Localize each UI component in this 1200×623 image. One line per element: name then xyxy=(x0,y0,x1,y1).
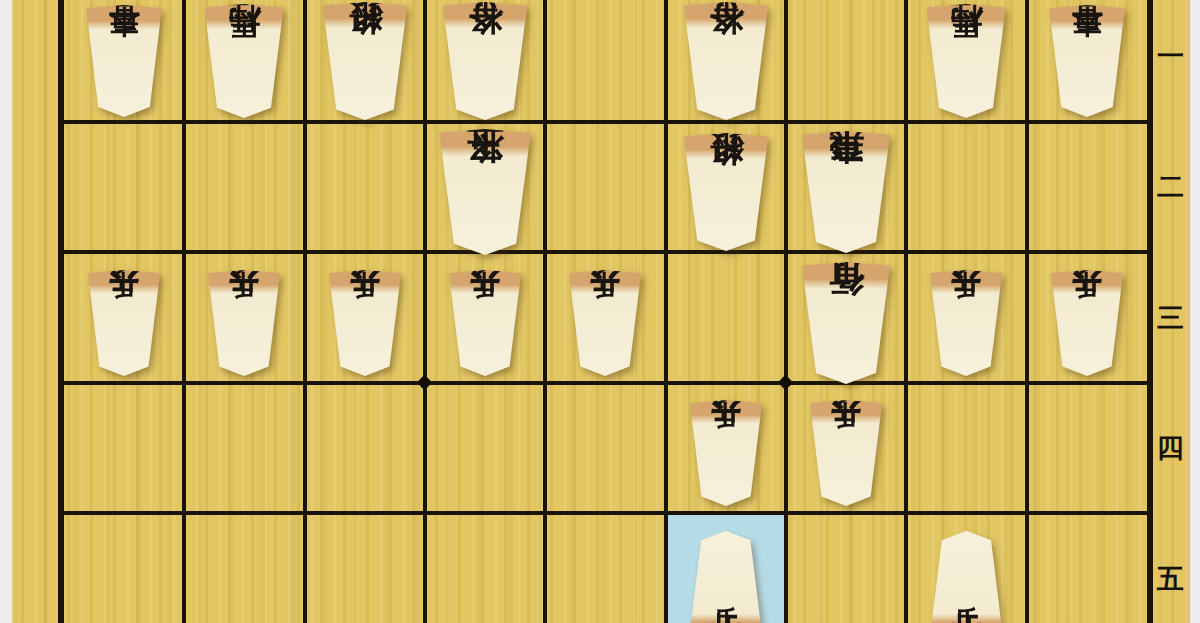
piece-kanji: 歩兵 xyxy=(470,321,500,324)
piece-gote-P-83[interactable]: 歩兵 xyxy=(203,270,285,376)
shogi-board: 香車桂馬銀将金将金将桂馬香車玉将銀将飛車歩兵歩兵歩兵歩兵歩兵角行歩兵歩兵歩兵歩兵… xyxy=(58,0,1153,623)
grid-line xyxy=(664,0,668,623)
square-4-3[interactable] xyxy=(666,252,786,383)
piece-face-rotated: 飛車 xyxy=(796,131,896,253)
piece-kanji: 金将 xyxy=(468,60,502,63)
piece-face: 歩兵 xyxy=(685,531,767,623)
square-7-5[interactable] xyxy=(305,513,425,623)
square-2-2[interactable] xyxy=(906,122,1026,253)
piece-kanji: 角行 xyxy=(829,321,864,324)
piece-kanji: 歩兵 xyxy=(711,452,741,455)
piece-gote-P-44[interactable]: 歩兵 xyxy=(685,400,767,506)
piece-kanji: 歩兵 xyxy=(951,321,981,324)
piece-gote-S-71[interactable]: 銀将 xyxy=(317,2,413,120)
piece-face-rotated: 金将 xyxy=(437,2,533,120)
piece-gote-P-13[interactable]: 歩兵 xyxy=(1046,270,1128,376)
piece-sente-P-45[interactable]: 歩兵 xyxy=(685,531,767,623)
grid-line xyxy=(64,120,1147,124)
piece-face-rotated: 歩兵 xyxy=(685,400,767,506)
square-1-2[interactable] xyxy=(1027,122,1147,253)
piece-kanji: 銀将 xyxy=(348,60,382,63)
rank-label-3: 三 xyxy=(1153,302,1188,334)
rank-label-1: 一 xyxy=(1153,40,1188,72)
square-1-5[interactable] xyxy=(1027,513,1147,623)
piece-gote-N-81[interactable]: 桂馬 xyxy=(199,4,289,118)
square-8-4[interactable] xyxy=(184,383,304,514)
square-5-4[interactable] xyxy=(545,383,665,514)
piece-gote-P-73[interactable]: 歩兵 xyxy=(324,270,406,376)
square-5-1[interactable] xyxy=(545,0,665,122)
piece-kanji: 歩兵 xyxy=(711,582,741,585)
piece-kanji: 歩兵 xyxy=(350,321,380,324)
piece-face-rotated: 歩兵 xyxy=(444,270,526,376)
piece-kanji: 香車 xyxy=(1071,60,1102,63)
piece-sente-P-25[interactable]: 歩兵 xyxy=(925,531,1007,623)
grid-line xyxy=(543,0,547,623)
piece-face-rotated: 角行 xyxy=(796,262,896,384)
grid-line xyxy=(784,0,788,623)
square-6-4[interactable] xyxy=(425,383,545,514)
piece-face-rotated: 歩兵 xyxy=(83,270,165,376)
piece-gote-P-93[interactable]: 歩兵 xyxy=(83,270,165,376)
piece-kanji: 歩兵 xyxy=(1072,321,1102,324)
piece-kanji: 銀将 xyxy=(709,190,743,193)
piece-face-rotated: 玉将 xyxy=(433,129,537,255)
piece-face-rotated: 歩兵 xyxy=(805,400,887,506)
square-9-4[interactable] xyxy=(64,383,184,514)
square-7-4[interactable] xyxy=(305,383,425,514)
piece-face-rotated: 歩兵 xyxy=(324,270,406,376)
piece-kanji: 歩兵 xyxy=(951,582,981,585)
rank-label-2: 二 xyxy=(1153,171,1188,203)
grid-line xyxy=(904,0,908,623)
piece-face-rotated: 香車 xyxy=(81,5,167,117)
piece-gote-P-23[interactable]: 歩兵 xyxy=(925,270,1007,376)
piece-kanji: 歩兵 xyxy=(109,321,139,324)
grid-line xyxy=(1025,0,1029,623)
piece-face-rotated: 歩兵 xyxy=(925,270,1007,376)
piece-gote-P-63[interactable]: 歩兵 xyxy=(444,270,526,376)
piece-face-rotated: 銀将 xyxy=(317,2,413,120)
piece-face-rotated: 銀将 xyxy=(678,133,774,251)
piece-kanji: 飛車 xyxy=(829,190,864,193)
square-9-5[interactable] xyxy=(64,513,184,623)
piece-kanji: 金将 xyxy=(709,60,743,63)
piece-kanji: 桂馬 xyxy=(228,60,260,63)
piece-kanji: 歩兵 xyxy=(590,321,620,324)
piece-face-rotated: 桂馬 xyxy=(199,4,289,118)
piece-face: 歩兵 xyxy=(925,531,1007,623)
square-8-2[interactable] xyxy=(184,122,304,253)
piece-face-rotated: 歩兵 xyxy=(1046,270,1128,376)
grid-line xyxy=(182,0,186,623)
square-6-5[interactable] xyxy=(425,513,545,623)
rank-label-5: 五 xyxy=(1153,563,1188,595)
piece-kanji: 玉将 xyxy=(467,190,504,193)
piece-face-rotated: 桂馬 xyxy=(921,4,1011,118)
piece-gote-K-62[interactable]: 玉将 xyxy=(433,129,537,255)
board-inner: 香車桂馬銀将金将金将桂馬香車玉将銀将飛車歩兵歩兵歩兵歩兵歩兵角行歩兵歩兵歩兵歩兵… xyxy=(64,0,1147,623)
piece-face-rotated: 香車 xyxy=(1044,5,1130,117)
square-5-2[interactable] xyxy=(545,122,665,253)
grid-line xyxy=(423,0,427,623)
square-1-4[interactable] xyxy=(1027,383,1147,514)
square-9-2[interactable] xyxy=(64,122,184,253)
piece-gote-N-21[interactable]: 桂馬 xyxy=(921,4,1011,118)
piece-face-rotated: 金将 xyxy=(678,2,774,120)
piece-gote-L-91[interactable]: 香車 xyxy=(81,5,167,117)
grid-line xyxy=(64,511,1147,515)
grid-line xyxy=(303,0,307,623)
square-7-2[interactable] xyxy=(305,122,425,253)
square-8-5[interactable] xyxy=(184,513,304,623)
piece-gote-P-34[interactable]: 歩兵 xyxy=(805,400,887,506)
piece-kanji: 香車 xyxy=(109,60,140,63)
piece-gote-S-42[interactable]: 銀将 xyxy=(678,133,774,251)
rank-label-4: 四 xyxy=(1153,432,1188,464)
piece-gote-G-41[interactable]: 金将 xyxy=(678,2,774,120)
piece-kanji: 歩兵 xyxy=(831,452,861,455)
piece-face-rotated: 歩兵 xyxy=(203,270,285,376)
screenshot-stage: 香車桂馬銀将金将金将桂馬香車玉将銀将飛車歩兵歩兵歩兵歩兵歩兵角行歩兵歩兵歩兵歩兵… xyxy=(0,0,1200,623)
grid-line xyxy=(64,381,1147,385)
square-2-4[interactable] xyxy=(906,383,1026,514)
piece-kanji: 桂馬 xyxy=(950,60,982,63)
piece-face-rotated: 歩兵 xyxy=(564,270,646,376)
grid-line xyxy=(64,250,1147,254)
square-5-5[interactable] xyxy=(545,513,665,623)
square-3-5[interactable] xyxy=(786,513,906,623)
piece-gote-R-32[interactable]: 飛車 xyxy=(796,131,896,253)
square-3-1[interactable] xyxy=(786,0,906,122)
piece-gote-P-53[interactable]: 歩兵 xyxy=(564,270,646,376)
piece-kanji: 歩兵 xyxy=(229,321,259,324)
piece-gote-L-11[interactable]: 香車 xyxy=(1044,5,1130,117)
piece-gote-B-33[interactable]: 角行 xyxy=(796,262,896,384)
piece-gote-G-61[interactable]: 金将 xyxy=(437,2,533,120)
